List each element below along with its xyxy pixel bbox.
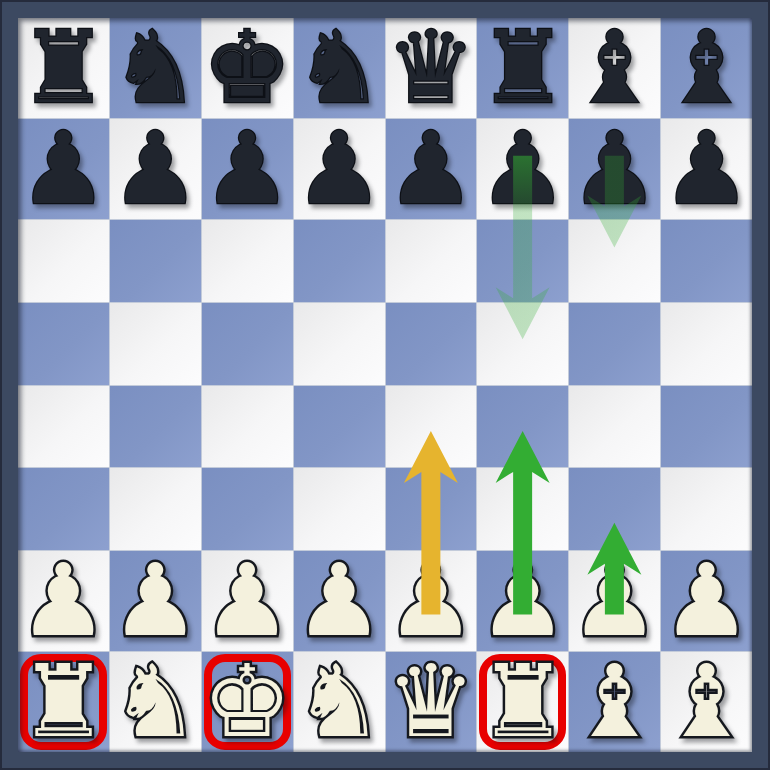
square-e6[interactable] xyxy=(386,220,477,302)
white-pawn[interactable]: ♟ xyxy=(110,551,200,651)
square-g2[interactable]: ♟ xyxy=(569,551,660,651)
black-pawn[interactable]: ♟ xyxy=(478,119,568,219)
square-e5[interactable] xyxy=(386,303,477,385)
white-bishop[interactable]: ♝ xyxy=(570,652,660,752)
white-pawn[interactable]: ♟ xyxy=(294,551,384,651)
square-f7[interactable]: ♟ xyxy=(477,119,568,219)
square-b8[interactable]: ♞ xyxy=(110,18,201,118)
square-h2[interactable]: ♟ xyxy=(661,551,752,651)
black-knight[interactable]: ♞ xyxy=(294,18,384,118)
square-a2[interactable]: ♟ xyxy=(18,551,109,651)
white-rook[interactable]: ♜ xyxy=(478,652,568,752)
white-queen[interactable]: ♛ xyxy=(386,652,476,752)
black-pawn[interactable]: ♟ xyxy=(202,119,292,219)
square-f6[interactable] xyxy=(477,220,568,302)
square-c7[interactable]: ♟ xyxy=(202,119,293,219)
square-b1[interactable]: ♞ xyxy=(110,652,201,752)
square-f5[interactable] xyxy=(477,303,568,385)
black-pawn[interactable]: ♟ xyxy=(19,119,109,219)
white-rook[interactable]: ♜ xyxy=(19,652,109,752)
white-pawn[interactable]: ♟ xyxy=(570,551,660,651)
square-f2[interactable]: ♟ xyxy=(477,551,568,651)
square-d6[interactable] xyxy=(294,220,385,302)
square-h6[interactable] xyxy=(661,220,752,302)
black-pawn[interactable]: ♟ xyxy=(294,119,384,219)
chess-board[interactable]: ♜♞♚♞♛♜♝♝♟♟♟♟♟♟♟♟♟♟♟♟♟♟♟♟♜♞♚♞♛♜♝♝ xyxy=(18,18,752,752)
black-king[interactable]: ♚ xyxy=(202,18,292,118)
square-h3[interactable] xyxy=(661,468,752,550)
square-b2[interactable]: ♟ xyxy=(110,551,201,651)
square-g3[interactable] xyxy=(569,468,660,550)
square-b3[interactable] xyxy=(110,468,201,550)
black-bishop[interactable]: ♝ xyxy=(570,18,660,118)
square-h4[interactable] xyxy=(661,386,752,468)
square-c1[interactable]: ♚ xyxy=(202,652,293,752)
black-pawn[interactable]: ♟ xyxy=(570,119,660,219)
square-d3[interactable] xyxy=(294,468,385,550)
square-e4[interactable] xyxy=(386,386,477,468)
square-e1[interactable]: ♛ xyxy=(386,652,477,752)
square-b4[interactable] xyxy=(110,386,201,468)
square-c3[interactable] xyxy=(202,468,293,550)
black-pawn[interactable]: ♟ xyxy=(110,119,200,219)
square-a7[interactable]: ♟ xyxy=(18,119,109,219)
square-d5[interactable] xyxy=(294,303,385,385)
white-pawn[interactable]: ♟ xyxy=(202,551,292,651)
square-g4[interactable] xyxy=(569,386,660,468)
square-d1[interactable]: ♞ xyxy=(294,652,385,752)
white-bishop[interactable]: ♝ xyxy=(662,652,752,752)
white-pawn[interactable]: ♟ xyxy=(662,551,752,651)
square-f8[interactable]: ♜ xyxy=(477,18,568,118)
square-d8[interactable]: ♞ xyxy=(294,18,385,118)
square-a6[interactable] xyxy=(18,220,109,302)
square-c5[interactable] xyxy=(202,303,293,385)
square-g6[interactable] xyxy=(569,220,660,302)
square-g8[interactable]: ♝ xyxy=(569,18,660,118)
white-pawn[interactable]: ♟ xyxy=(386,551,476,651)
square-a3[interactable] xyxy=(18,468,109,550)
square-g5[interactable] xyxy=(569,303,660,385)
white-pawn[interactable]: ♟ xyxy=(19,551,109,651)
square-b6[interactable] xyxy=(110,220,201,302)
black-bishop[interactable]: ♝ xyxy=(662,18,752,118)
square-e8[interactable]: ♛ xyxy=(386,18,477,118)
square-h5[interactable] xyxy=(661,303,752,385)
square-c6[interactable] xyxy=(202,220,293,302)
white-knight[interactable]: ♞ xyxy=(294,652,384,752)
square-e7[interactable]: ♟ xyxy=(386,119,477,219)
square-h7[interactable]: ♟ xyxy=(661,119,752,219)
square-f1[interactable]: ♜ xyxy=(477,652,568,752)
square-c8[interactable]: ♚ xyxy=(202,18,293,118)
black-pawn[interactable]: ♟ xyxy=(662,119,752,219)
square-a4[interactable] xyxy=(18,386,109,468)
square-e3[interactable] xyxy=(386,468,477,550)
square-a5[interactable] xyxy=(18,303,109,385)
black-pawn[interactable]: ♟ xyxy=(386,119,476,219)
square-d4[interactable] xyxy=(294,386,385,468)
board-frame: ♜♞♚♞♛♜♝♝♟♟♟♟♟♟♟♟♟♟♟♟♟♟♟♟♜♞♚♞♛♜♝♝ xyxy=(0,0,770,770)
square-g1[interactable]: ♝ xyxy=(569,652,660,752)
square-g7[interactable]: ♟ xyxy=(569,119,660,219)
square-a8[interactable]: ♜ xyxy=(18,18,109,118)
square-c4[interactable] xyxy=(202,386,293,468)
square-h1[interactable]: ♝ xyxy=(661,652,752,752)
square-d2[interactable]: ♟ xyxy=(294,551,385,651)
white-knight[interactable]: ♞ xyxy=(110,652,200,752)
black-rook[interactable]: ♜ xyxy=(478,18,568,118)
black-knight[interactable]: ♞ xyxy=(110,18,200,118)
board-wrap: ♜♞♚♞♛♜♝♝♟♟♟♟♟♟♟♟♟♟♟♟♟♟♟♟♜♞♚♞♛♜♝♝ xyxy=(18,18,752,752)
square-f4[interactable] xyxy=(477,386,568,468)
square-e2[interactable]: ♟ xyxy=(386,551,477,651)
white-king[interactable]: ♚ xyxy=(202,652,292,752)
black-rook[interactable]: ♜ xyxy=(19,18,109,118)
square-b5[interactable] xyxy=(110,303,201,385)
square-h8[interactable]: ♝ xyxy=(661,18,752,118)
square-d7[interactable]: ♟ xyxy=(294,119,385,219)
square-b7[interactable]: ♟ xyxy=(110,119,201,219)
white-pawn[interactable]: ♟ xyxy=(478,551,568,651)
square-a1[interactable]: ♜ xyxy=(18,652,109,752)
square-f3[interactable] xyxy=(477,468,568,550)
square-c2[interactable]: ♟ xyxy=(202,551,293,651)
black-queen[interactable]: ♛ xyxy=(386,18,476,118)
